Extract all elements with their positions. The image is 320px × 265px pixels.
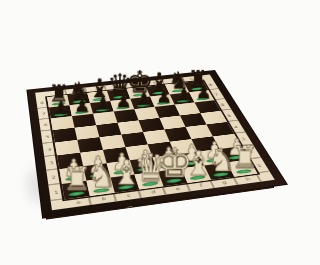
square-c6 (93, 112, 117, 126)
chess-set-photo: abcdefgh abcdefgh 87654321 87654321 ♜♞♝♛… (0, 0, 265, 265)
coordinate-label: 2 (52, 175, 57, 180)
coordinate-label: 5 (45, 135, 49, 139)
black-pawn: ♟ (196, 83, 212, 100)
black-pawn: ♟ (156, 87, 172, 104)
square-b5 (75, 125, 100, 140)
square-c7: ♟ (90, 101, 114, 114)
coordinate-label: 6 (220, 103, 225, 106)
white-knight: ♞ (87, 161, 117, 192)
coordinate-label: c (126, 193, 131, 198)
coordinate-label: 7 (42, 112, 46, 115)
coordinate-label: b (101, 196, 106, 201)
coordinate-label: 4 (233, 125, 239, 129)
coordinate-border: abcdefgh abcdefgh 87654321 87654321 ♜♞♝♛… (35, 75, 265, 211)
white-rook: ♜ (62, 165, 91, 196)
black-pawn: ♟ (74, 96, 90, 113)
coordinate-label: e (175, 186, 181, 191)
black-pawn: ♟ (176, 85, 192, 102)
square-d5 (117, 120, 143, 134)
coordinate-label: 8 (40, 101, 44, 104)
chess-board: abcdefgh abcdefgh 87654321 87654321 ♜♞♝♛… (27, 71, 265, 218)
coordinate-label: 4 (47, 148, 52, 152)
coordinate-label: d (151, 190, 157, 195)
black-pawn: ♟ (95, 94, 111, 111)
coordinate-label: 7 (214, 93, 219, 96)
coordinate-label: 1 (54, 190, 59, 195)
coordinate-label: a (76, 200, 81, 205)
coordinate-label: 6 (44, 123, 48, 127)
black-pawn: ♟ (136, 90, 152, 107)
square-c4 (99, 135, 125, 150)
coordinate-label: 3 (49, 161, 54, 165)
black-pawn: ♟ (53, 98, 69, 115)
board-grid: ♜♞♝♛♚♝♞♜♟♟♟♟♟♟♟♟♟♟♟♟♟♟♟♟♜♞♝♛♚♝♞♜ (47, 81, 257, 200)
coordinate-label: g (221, 180, 227, 185)
black-pawn: ♟ (116, 92, 132, 109)
coordinate-label: 5 (227, 114, 232, 117)
board-frame: abcdefgh abcdefgh 87654321 87654321 ♜♞♝♛… (27, 71, 265, 218)
coordinate-label: h (245, 177, 251, 182)
coordinate-label: f (199, 183, 203, 187)
